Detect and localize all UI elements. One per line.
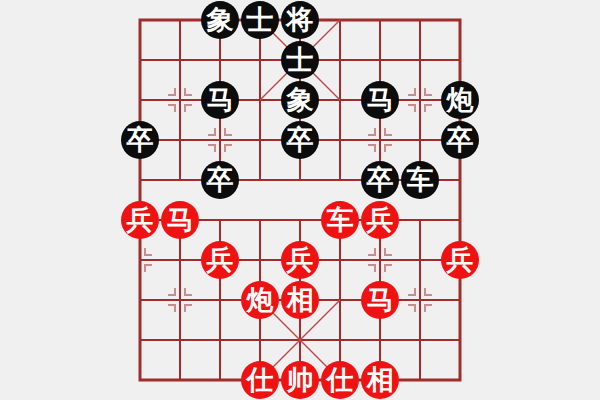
red-general[interactable]: 帅 bbox=[281, 361, 319, 399]
red-soldier[interactable]: 兵 bbox=[361, 201, 399, 239]
black-soldier[interactable]: 卒 bbox=[121, 121, 159, 159]
black-soldier[interactable]: 卒 bbox=[201, 161, 239, 199]
red-soldier[interactable]: 兵 bbox=[281, 241, 319, 279]
red-elephant[interactable]: 相 bbox=[361, 361, 399, 399]
red-soldier[interactable]: 兵 bbox=[441, 241, 479, 279]
black-horse[interactable]: 马 bbox=[361, 81, 399, 119]
red-soldier[interactable]: 兵 bbox=[201, 241, 239, 279]
xiangqi-board: 象士将士马象马炮卒卒卒卒卒车兵马车兵兵兵兵炮相马仕帅仕相 bbox=[0, 0, 600, 400]
black-soldier[interactable]: 卒 bbox=[281, 121, 319, 159]
red-chariot[interactable]: 车 bbox=[321, 201, 359, 239]
black-soldier[interactable]: 卒 bbox=[361, 161, 399, 199]
black-advisor[interactable]: 士 bbox=[241, 1, 279, 39]
red-elephant[interactable]: 相 bbox=[281, 281, 319, 319]
red-soldier[interactable]: 兵 bbox=[121, 201, 159, 239]
black-general[interactable]: 将 bbox=[281, 1, 319, 39]
black-elephant[interactable]: 象 bbox=[281, 81, 319, 119]
black-elephant[interactable]: 象 bbox=[201, 1, 239, 39]
red-horse[interactable]: 马 bbox=[161, 201, 199, 239]
black-advisor[interactable]: 士 bbox=[281, 41, 319, 79]
pieces-layer: 象士将士马象马炮卒卒卒卒卒车兵马车兵兵兵兵炮相马仕帅仕相 bbox=[120, 0, 480, 400]
red-advisor[interactable]: 仕 bbox=[321, 361, 359, 399]
black-soldier[interactable]: 卒 bbox=[441, 121, 479, 159]
red-cannon[interactable]: 炮 bbox=[241, 281, 279, 319]
black-horse[interactable]: 马 bbox=[201, 81, 239, 119]
red-advisor[interactable]: 仕 bbox=[241, 361, 279, 399]
black-cannon[interactable]: 炮 bbox=[441, 81, 479, 119]
black-chariot[interactable]: 车 bbox=[401, 161, 439, 199]
red-horse[interactable]: 马 bbox=[361, 281, 399, 319]
